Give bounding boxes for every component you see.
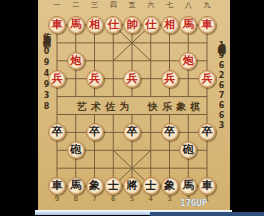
piece-red-soldier[interactable]: 兵 bbox=[161, 70, 179, 88]
piece-red-soldier[interactable]: 兵 bbox=[198, 70, 216, 88]
piece-black-cannon[interactable]: 砲 bbox=[67, 141, 85, 159]
piece-black-general[interactable]: 將 bbox=[123, 177, 141, 195]
piece-black-chariot[interactable]: 車 bbox=[48, 177, 66, 195]
piece-red-cannon[interactable]: 炮 bbox=[179, 52, 197, 70]
piece-red-chariot[interactable]: 車 bbox=[48, 16, 66, 34]
xiangqi-board: 一二三四五六七八九 987654321 艺术佐为 快乐象棋 佐为象棋群70949… bbox=[38, 0, 230, 211]
piece-black-elephant[interactable]: 象 bbox=[161, 177, 179, 195]
piece-black-soldier[interactable]: 卒 bbox=[198, 123, 216, 141]
piece-red-soldier[interactable]: 兵 bbox=[86, 70, 104, 88]
piece-red-general[interactable]: 帥 bbox=[123, 16, 141, 34]
piece-red-chariot[interactable]: 車 bbox=[198, 16, 216, 34]
piece-black-elephant[interactable]: 象 bbox=[86, 177, 104, 195]
piece-black-soldier[interactable]: 卒 bbox=[123, 123, 141, 141]
piece-red-elephant[interactable]: 相 bbox=[161, 16, 179, 34]
taskbar-segment bbox=[150, 212, 264, 216]
piece-black-advisor[interactable]: 士 bbox=[104, 177, 122, 195]
piece-black-horse[interactable]: 馬 bbox=[179, 177, 197, 195]
piece-red-elephant[interactable]: 相 bbox=[86, 16, 104, 34]
piece-black-soldier[interactable]: 卒 bbox=[161, 123, 179, 141]
piece-black-soldier[interactable]: 卒 bbox=[48, 123, 66, 141]
piece-red-advisor[interactable]: 仕 bbox=[104, 16, 122, 34]
piece-black-soldier[interactable]: 卒 bbox=[86, 123, 104, 141]
piece-black-advisor[interactable]: 士 bbox=[142, 177, 160, 195]
pieces-layer: 車馬相仕帥仕相馬車炮炮兵兵兵兵兵卒卒卒卒卒砲砲車馬象士將士象馬車 bbox=[38, 0, 230, 211]
video-frame: 一二三四五六七八九 987654321 艺术佐为 快乐象棋 佐为象棋群70949… bbox=[0, 0, 264, 216]
piece-red-horse[interactable]: 馬 bbox=[179, 16, 197, 34]
piece-black-cannon[interactable]: 砲 bbox=[179, 141, 197, 159]
piece-red-soldier[interactable]: 兵 bbox=[48, 70, 66, 88]
piece-red-advisor[interactable]: 仕 bbox=[142, 16, 160, 34]
piece-red-cannon[interactable]: 炮 bbox=[67, 52, 85, 70]
piece-black-horse[interactable]: 馬 bbox=[67, 177, 85, 195]
piece-black-chariot[interactable]: 車 bbox=[198, 177, 216, 195]
piece-red-soldier[interactable]: 兵 bbox=[123, 70, 141, 88]
watermark: 17GUP bbox=[180, 198, 207, 208]
piece-red-horse[interactable]: 馬 bbox=[67, 16, 85, 34]
